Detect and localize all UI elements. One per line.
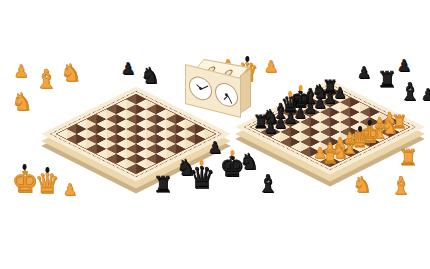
chess-piece-white-p: ♟ — [13, 63, 28, 80]
chess-piece-white-n: ♞ — [11, 90, 33, 114]
chess-piece-black-b: ♝ — [257, 172, 279, 196]
piece-finial-tip — [358, 126, 362, 132]
chess-piece-white-p: ♟ — [63, 182, 77, 198]
chess-piece-white-r: ♜ — [322, 148, 338, 166]
chess-piece-black-p: ♟ — [357, 65, 371, 81]
clock-side-face — [240, 68, 251, 114]
piece-finial-tip — [230, 150, 234, 156]
chess-piece-white-p: ♟ — [264, 59, 278, 75]
chess-piece-white-n: ♞ — [352, 174, 372, 196]
illustration-scene: ♜♞♝♛♚♝♞♜♟♟♟♟♟♟♟♟♟♟♟♟♟♟♟♟♜♞♝♛♚♝♞♜♟♝♞♞♟♞♚♛… — [0, 0, 430, 269]
chess-piece-black-b: ♝ — [399, 80, 421, 104]
chess-piece-black-n: ♞ — [140, 65, 160, 87]
chess-piece-white-r: ♜ — [398, 147, 418, 169]
chess-piece-black-p: ♟ — [421, 87, 430, 103]
chess-piece-white-q: ♛ — [34, 170, 59, 198]
piece-finial-tip — [45, 167, 49, 173]
piece-finial-tip — [23, 164, 27, 170]
piece-finial-tip — [288, 91, 292, 97]
chess-piece-black-r: ♜ — [153, 174, 173, 196]
chess-piece-black-p: ♟ — [121, 61, 135, 77]
chess-piece-black-k: ♚ — [219, 153, 244, 181]
chess-piece-black-p: ♟ — [397, 58, 411, 74]
chess-clock — [183, 60, 253, 126]
chess-piece-black-r: ♜ — [377, 69, 397, 91]
clock-left-center-dot — [199, 87, 202, 91]
clock-dial-left — [189, 74, 212, 103]
piece-finial-tip — [298, 85, 302, 91]
chess-piece-black-q: ♛ — [189, 163, 216, 193]
clock-right-center-dot — [225, 93, 228, 97]
chess-piece-white-n: ♞ — [60, 61, 82, 85]
chess-piece-white-b: ♝ — [34, 66, 57, 92]
chess-piece-black-p: ♟ — [264, 121, 277, 136]
piece-finial-tip — [368, 120, 372, 126]
clock-dial-right — [215, 80, 238, 109]
chess-piece-white-b: ♝ — [390, 174, 412, 198]
piece-finial-tip — [200, 160, 204, 166]
